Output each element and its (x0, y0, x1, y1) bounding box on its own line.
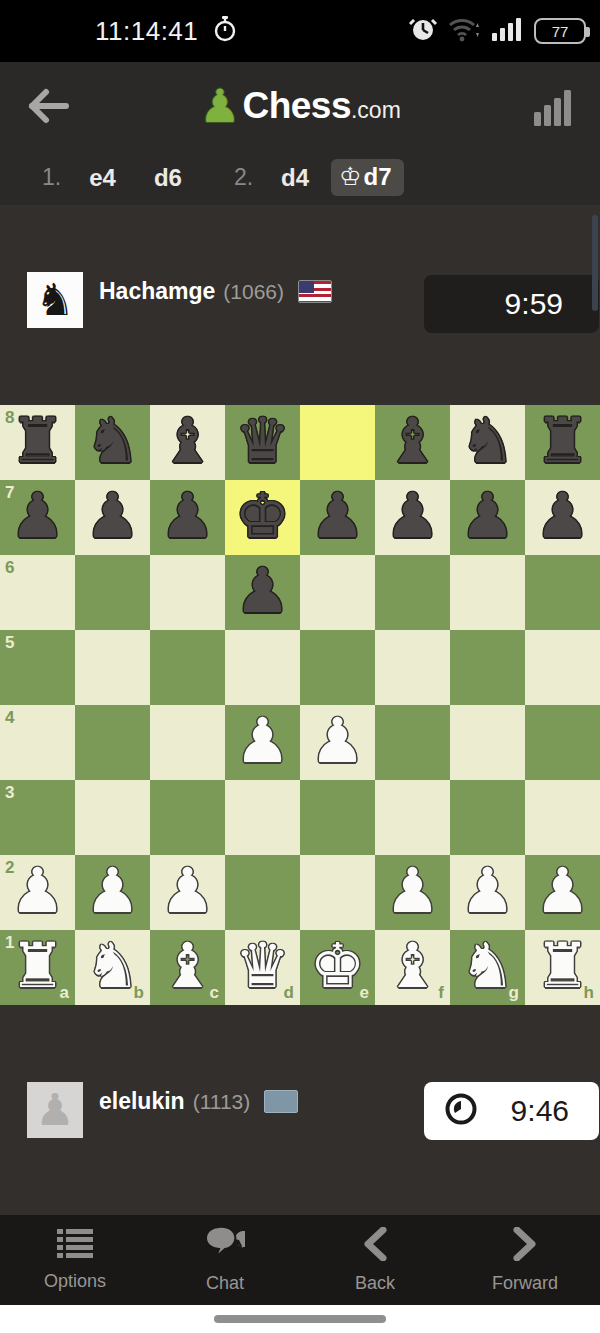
us-flag-icon (298, 280, 332, 303)
clock-icon (444, 1092, 478, 1130)
square-d7[interactable]: ♚ (225, 480, 300, 555)
square-f5[interactable] (375, 630, 450, 705)
square-a2[interactable]: 2♟ (0, 855, 75, 930)
logo-tld-text: .com (351, 97, 401, 124)
rank-label-8: 8 (5, 409, 14, 426)
rank-label-5: 5 (5, 634, 14, 651)
square-g7[interactable]: ♟ (450, 480, 525, 555)
piece-white-rook: ♜ (535, 935, 591, 1001)
current-move-chip[interactable]: ♔ d7 (331, 159, 403, 196)
piece-white-knight: ♞ (85, 935, 141, 1001)
rank-label-2: 2 (5, 859, 14, 876)
bottom-player-area: ♟ elelukin (1113) 9:46 (0, 1005, 600, 1215)
battery-icon: 77 (534, 18, 586, 44)
piece-white-bishop: ♝ (160, 935, 216, 1001)
file-label-f: f (438, 984, 444, 1001)
piece-black-knight: ♞ (85, 410, 141, 476)
top-clock-time: 9:59 (505, 287, 563, 321)
piece-white-rook: ♜ (10, 935, 66, 1001)
forward-label: Forward (492, 1273, 558, 1294)
square-c1[interactable]: c♝ (150, 930, 225, 1005)
square-b7[interactable]: ♟ (75, 480, 150, 555)
square-f4[interactable] (375, 705, 450, 780)
piece-black-pawn: ♟ (460, 485, 516, 551)
square-a7[interactable]: 7♟ (0, 480, 75, 555)
square-f7[interactable]: ♟ (375, 480, 450, 555)
piece-white-knight: ♞ (460, 935, 516, 1001)
file-label-g: g (509, 984, 519, 1001)
square-d3[interactable] (225, 780, 300, 855)
logo-pawn-icon: ♟ (199, 83, 240, 129)
piece-black-pawn: ♟ (160, 485, 216, 551)
square-c3[interactable] (150, 780, 225, 855)
chess-board[interactable]: 8♜♞♝♛♝♞♜7♟♟♟♚♟♟♟♟6♟54♟♟32♟♟♟♟♟♟1a♜b♞c♝d♛… (0, 405, 600, 1005)
piece-black-queen: ♛ (235, 410, 291, 476)
file-label-d: d (284, 984, 294, 1001)
square-f2[interactable]: ♟ (375, 855, 450, 930)
piece-black-rook: ♜ (535, 410, 591, 476)
square-g5[interactable] (450, 630, 525, 705)
chat-label: Chat (206, 1273, 244, 1294)
file-label-e: e (360, 984, 369, 1001)
black-knight-avatar-icon: ♞ (35, 278, 74, 322)
white-king-icon: ♔ (339, 162, 361, 191)
piece-black-pawn: ♟ (85, 485, 141, 551)
battery-percent-text: 77 (552, 23, 569, 40)
square-b4[interactable] (75, 705, 150, 780)
back-arrow-icon[interactable] (26, 86, 70, 126)
top-player-clock: 9:59 (424, 275, 599, 333)
piece-white-pawn: ♟ (85, 860, 141, 926)
square-h8[interactable]: ♜ (525, 405, 600, 480)
gray-flag-icon (264, 1090, 298, 1113)
square-h3[interactable] (525, 780, 600, 855)
square-g4[interactable] (450, 705, 525, 780)
app-screen: 11:14:41 77 ♟ Chess . (0, 0, 600, 1333)
bottom-nav: Options Chat Back Forward (0, 1215, 600, 1305)
scrollbar-thumb[interactable] (592, 215, 598, 311)
bottom-player-rating: (1113) (193, 1090, 251, 1114)
square-f6[interactable] (375, 555, 450, 630)
piece-black-knight: ♞ (460, 410, 516, 476)
square-b2[interactable]: ♟ (75, 855, 150, 930)
square-e8[interactable] (300, 405, 375, 480)
gesture-area (0, 1305, 600, 1333)
move-2-black: d7 (364, 163, 392, 191)
chevron-left-icon (363, 1227, 387, 1265)
signal-bars-icon (492, 15, 524, 47)
file-label-b: b (134, 984, 144, 1001)
piece-white-pawn: ♟ (535, 860, 591, 926)
gray-pawn-avatar-icon: ♟ (35, 1088, 74, 1132)
square-g8[interactable]: ♞ (450, 405, 525, 480)
move-number: 1. (42, 164, 61, 191)
file-label-c: c (210, 984, 219, 1001)
options-button[interactable]: Options (0, 1215, 150, 1305)
square-a3[interactable]: 3 (0, 780, 75, 855)
rank-label-4: 4 (5, 709, 14, 726)
square-c8[interactable]: ♝ (150, 405, 225, 480)
top-player-rating: (1066) (223, 280, 284, 304)
piece-black-pawn: ♟ (385, 485, 441, 551)
clock-time-text: 11:14:41 (95, 16, 198, 47)
square-g3[interactable] (450, 780, 525, 855)
square-c7[interactable]: ♟ (150, 480, 225, 555)
piece-black-pawn: ♟ (535, 485, 591, 551)
bottom-clock-time: 9:46 (511, 1094, 569, 1128)
square-a6[interactable]: 6 (0, 555, 75, 630)
square-e3[interactable] (300, 780, 375, 855)
square-a8[interactable]: 8♜ (0, 405, 75, 480)
square-d4[interactable]: ♟ (225, 705, 300, 780)
square-h7[interactable]: ♟ (525, 480, 600, 555)
square-a5[interactable]: 5 (0, 630, 75, 705)
square-c4[interactable] (150, 705, 225, 780)
top-player-avatar[interactable]: ♞ (27, 272, 83, 328)
options-label: Options (44, 1271, 106, 1292)
piece-white-queen: ♛ (235, 935, 291, 1001)
piece-black-rook: ♜ (10, 410, 66, 476)
piece-black-king: ♚ (235, 485, 291, 551)
piece-white-pawn: ♟ (160, 860, 216, 926)
square-h2[interactable]: ♟ (525, 855, 600, 930)
chevron-right-icon (513, 1227, 537, 1265)
square-e5[interactable] (300, 630, 375, 705)
piece-white-king: ♚ (310, 935, 366, 1001)
square-c2[interactable]: ♟ (150, 855, 225, 930)
piece-black-pawn: ♟ (235, 560, 291, 626)
square-b8[interactable]: ♞ (75, 405, 150, 480)
logo-text: Chess (242, 85, 351, 127)
square-d6[interactable]: ♟ (225, 555, 300, 630)
wifi-icon (448, 15, 482, 47)
bottom-player-avatar[interactable]: ♟ (27, 1082, 83, 1138)
square-a1[interactable]: 1a♜ (0, 930, 75, 1005)
piece-white-pawn: ♟ (235, 710, 291, 776)
square-b6[interactable] (75, 555, 150, 630)
square-g1[interactable]: g♞ (450, 930, 525, 1005)
square-g6[interactable] (450, 555, 525, 630)
square-b1[interactable]: b♞ (75, 930, 150, 1005)
move-2-white[interactable]: d4 (281, 164, 309, 192)
square-f1[interactable]: f♝ (375, 930, 450, 1005)
header: ♟ Chess .com (0, 62, 600, 150)
square-h5[interactable] (525, 630, 600, 705)
rank-label-6: 6 (5, 559, 14, 576)
chesscom-logo: ♟ Chess .com (199, 83, 401, 129)
square-d5[interactable] (225, 630, 300, 705)
square-e4[interactable]: ♟ (300, 705, 375, 780)
home-indicator[interactable] (214, 1315, 386, 1323)
square-b3[interactable] (75, 780, 150, 855)
piece-white-pawn: ♟ (385, 860, 441, 926)
piece-white-bishop: ♝ (385, 935, 441, 1001)
move-1-black[interactable]: d6 (154, 164, 182, 192)
square-f8[interactable]: ♝ (375, 405, 450, 480)
options-list-icon (57, 1229, 93, 1263)
bottom-player-name[interactable]: elelukin (99, 1088, 185, 1115)
square-d1[interactable]: d♛ (225, 930, 300, 1005)
square-g2[interactable]: ♟ (450, 855, 525, 930)
connection-bars-icon (534, 90, 574, 130)
piece-black-bishop: ♝ (160, 410, 216, 476)
piece-white-pawn: ♟ (310, 710, 366, 776)
move-1-white[interactable]: e4 (89, 164, 116, 192)
file-label-a: a (60, 984, 69, 1001)
square-e2[interactable] (300, 855, 375, 930)
piece-white-pawn: ♟ (10, 860, 66, 926)
top-player-name[interactable]: Hachamge (99, 278, 215, 305)
move-number: 2. (234, 164, 253, 191)
stopwatch-icon (212, 15, 238, 47)
rank-label-7: 7 (5, 484, 14, 501)
square-b5[interactable] (75, 630, 150, 705)
square-d8[interactable]: ♛ (225, 405, 300, 480)
file-label-h: h (584, 984, 594, 1001)
rank-label-3: 3 (5, 784, 14, 801)
move-list: 1. e4 d6 2. d4 ♔ d7 (0, 150, 600, 205)
alarm-icon (408, 14, 438, 48)
square-f3[interactable] (375, 780, 450, 855)
status-bar: 11:14:41 77 (0, 0, 600, 62)
forward-move-button[interactable]: Forward (450, 1215, 600, 1305)
square-c6[interactable] (150, 555, 225, 630)
chat-button[interactable]: Chat (150, 1215, 300, 1305)
piece-white-pawn: ♟ (460, 860, 516, 926)
square-c5[interactable] (150, 630, 225, 705)
square-e1[interactable]: e♚ (300, 930, 375, 1005)
back-move-button[interactable]: Back (300, 1215, 450, 1305)
bottom-player-clock: 9:46 (424, 1082, 599, 1140)
rank-label-1: 1 (5, 934, 14, 951)
square-h1[interactable]: h♜ (525, 930, 600, 1005)
square-h6[interactable] (525, 555, 600, 630)
piece-black-pawn: ♟ (310, 485, 366, 551)
square-a4[interactable]: 4 (0, 705, 75, 780)
piece-black-pawn: ♟ (10, 485, 66, 551)
square-d2[interactable] (225, 855, 300, 930)
back-label: Back (355, 1273, 395, 1294)
top-player-area: ♞ Hachamge (1066) 9:59 (0, 205, 600, 405)
square-e6[interactable] (300, 555, 375, 630)
square-e7[interactable]: ♟ (300, 480, 375, 555)
square-h4[interactable] (525, 705, 600, 780)
chat-icon (205, 1227, 245, 1265)
piece-black-bishop: ♝ (385, 410, 441, 476)
